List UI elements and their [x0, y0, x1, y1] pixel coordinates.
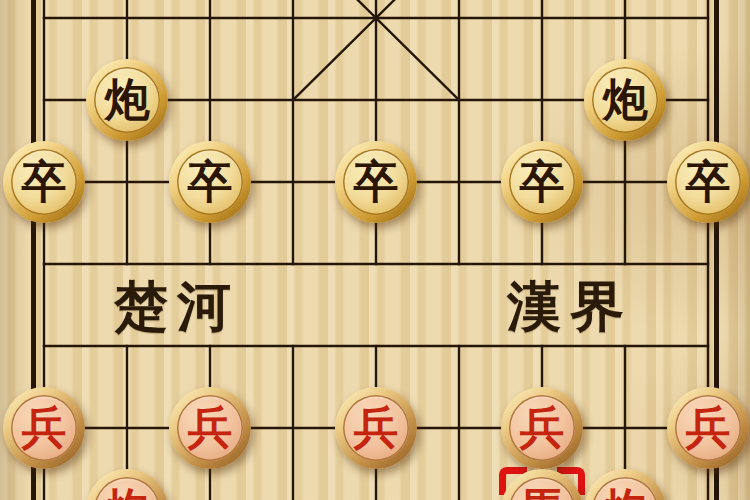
piece-glyph: 卒 [520, 159, 565, 204]
piece-glyph: 兵 [686, 405, 731, 450]
piece-glyph: 卒 [686, 159, 731, 204]
piece-red-soldier[interactable]: 兵 [3, 387, 85, 469]
piece-red-soldier[interactable]: 兵 [169, 387, 251, 469]
river-label-text: 楚河 [114, 274, 240, 338]
piece-red-soldier[interactable]: 兵 [667, 387, 749, 469]
piece-glyph: 卒 [188, 159, 233, 204]
piece-red-soldier[interactable]: 兵 [335, 387, 417, 469]
piece-black-soldier[interactable]: 卒 [501, 141, 583, 223]
piece-glyph: 卒 [22, 159, 67, 204]
xiangqi-board[interactable]: 楚河 漢界 炮炮卒卒卒卒卒兵兵兵兵兵炮馬炮 [0, 0, 750, 500]
piece-black-cannon[interactable]: 炮 [86, 59, 168, 141]
piece-red-cannon[interactable]: 炮 [86, 469, 168, 500]
piece-black-soldier[interactable]: 卒 [667, 141, 749, 223]
piece-black-soldier[interactable]: 卒 [3, 141, 85, 223]
piece-red-cannon[interactable]: 炮 [584, 469, 666, 500]
piece-glyph: 炮 [105, 487, 150, 500]
piece-glyph: 馬 [520, 487, 565, 500]
piece-red-soldier[interactable]: 兵 [501, 387, 583, 469]
river-label-text: 漢界 [507, 274, 633, 338]
piece-glyph: 炮 [603, 487, 648, 500]
piece-black-cannon[interactable]: 炮 [584, 59, 666, 141]
piece-glyph: 炮 [105, 77, 150, 122]
piece-glyph: 兵 [354, 405, 399, 450]
piece-glyph: 兵 [520, 405, 565, 450]
piece-black-soldier[interactable]: 卒 [169, 141, 251, 223]
river-label-han-border: 漢界 [507, 277, 633, 335]
piece-glyph: 炮 [603, 77, 648, 122]
river-label-chu-river: 楚河 [114, 277, 240, 335]
piece-glyph: 卒 [354, 159, 399, 204]
piece-black-soldier[interactable]: 卒 [335, 141, 417, 223]
pieces-grid: 炮炮卒卒卒卒卒兵兵兵兵兵炮馬炮 [3, 0, 750, 500]
piece-glyph: 兵 [188, 405, 233, 450]
piece-glyph: 兵 [22, 405, 67, 450]
